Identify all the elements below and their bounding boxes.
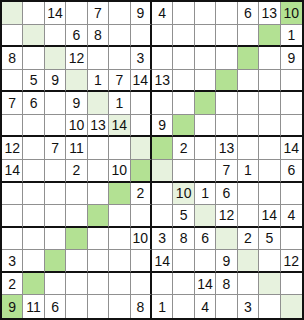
cell-r9c12[interactable] (238, 183, 259, 206)
cell-r14c9[interactable] (173, 295, 194, 318)
cell-r9c4[interactable] (66, 183, 87, 206)
cell-r8c8[interactable] (152, 160, 173, 183)
cell-r13c9[interactable] (173, 273, 194, 296)
cell-r2c12[interactable] (238, 25, 259, 48)
cell-r6c11[interactable] (216, 115, 237, 138)
cell-r11c8[interactable]: 3 (152, 228, 173, 251)
cell-r11c10[interactable]: 6 (195, 228, 216, 251)
cell-r2c4[interactable]: 6 (66, 25, 87, 48)
cell-r1c4[interactable] (66, 2, 87, 25)
cell-r8c6[interactable]: 10 (109, 160, 130, 183)
cell-r7c11[interactable]: 13 (216, 137, 237, 160)
cell-r13c14[interactable] (281, 273, 302, 296)
cell-r2c1[interactable] (2, 25, 23, 48)
cell-r4c12[interactable] (238, 70, 259, 93)
cell-r5c1[interactable]: 7 (2, 92, 23, 115)
cell-r7c14[interactable]: 14 (281, 137, 302, 160)
cell-r9c3[interactable] (45, 183, 66, 206)
cell-r11c2[interactable] (23, 228, 44, 251)
cell-r8c5[interactable] (88, 160, 109, 183)
cell-r7c10[interactable] (195, 137, 216, 160)
cell-r9c14[interactable] (281, 183, 302, 206)
cell-r9c1[interactable] (2, 183, 23, 206)
cell-r7c8[interactable] (152, 137, 173, 160)
cell-r5c9[interactable] (173, 92, 194, 115)
cell-r7c2[interactable] (23, 137, 44, 160)
cell-r4c6[interactable]: 7 (109, 70, 130, 93)
cell-r6c4[interactable]: 10 (66, 115, 87, 138)
cell-r4c11[interactable] (216, 70, 237, 93)
cell-r5c4[interactable]: 9 (66, 92, 87, 115)
cell-r13c11[interactable]: 8 (216, 273, 237, 296)
cell-r6c9[interactable] (173, 115, 194, 138)
cell-r10c12[interactable] (238, 205, 259, 228)
cell-r8c3[interactable] (45, 160, 66, 183)
cell-r11c1[interactable] (2, 228, 23, 251)
cell-r14c5[interactable] (88, 295, 109, 318)
cell-r3c1[interactable]: 8 (2, 47, 23, 70)
cell-r4c7[interactable]: 14 (131, 70, 152, 93)
cell-r11c6[interactable] (109, 228, 130, 251)
cell-r7c6[interactable] (109, 137, 130, 160)
cell-r13c7[interactable] (131, 273, 152, 296)
cell-r8c10[interactable] (195, 160, 216, 183)
cell-r14c2[interactable]: 11 (23, 295, 44, 318)
cell-r6c14[interactable] (281, 115, 302, 138)
cell-r1c5[interactable]: 7 (88, 2, 109, 25)
cell-r13c3[interactable] (45, 273, 66, 296)
cell-r8c7[interactable] (131, 160, 152, 183)
cell-r5c12[interactable] (238, 92, 259, 115)
cell-r9c2[interactable] (23, 183, 44, 206)
cell-r12c10[interactable] (195, 250, 216, 273)
cell-r1c13[interactable]: 13 (259, 2, 280, 25)
cell-r2c13[interactable] (259, 25, 280, 48)
cell-r10c8[interactable] (152, 205, 173, 228)
cell-r11c11[interactable] (216, 228, 237, 251)
cell-r14c7[interactable]: 8 (131, 295, 152, 318)
cell-r2c14[interactable]: 1 (281, 25, 302, 48)
cell-r9c8[interactable] (152, 183, 173, 206)
cell-r14c10[interactable]: 4 (195, 295, 216, 318)
cell-r14c8[interactable]: 1 (152, 295, 173, 318)
cell-r3c10[interactable] (195, 47, 216, 70)
cell-r5c10[interactable] (195, 92, 216, 115)
cell-r2c2[interactable] (23, 25, 44, 48)
cell-r6c10[interactable] (195, 115, 216, 138)
cell-r10c11[interactable]: 12 (216, 205, 237, 228)
cell-r2c7[interactable] (131, 25, 152, 48)
cell-r7c3[interactable]: 7 (45, 137, 66, 160)
cell-r2c11[interactable] (216, 25, 237, 48)
cell-r5c13[interactable] (259, 92, 280, 115)
cell-r6c13[interactable] (259, 115, 280, 138)
cell-r12c6[interactable] (109, 250, 130, 273)
cell-r10c5[interactable] (88, 205, 109, 228)
cell-r6c5[interactable]: 13 (88, 115, 109, 138)
cell-r12c13[interactable] (259, 250, 280, 273)
cell-r6c2[interactable] (23, 115, 44, 138)
cell-r14c4[interactable] (66, 295, 87, 318)
cell-r2c8[interactable] (152, 25, 173, 48)
cell-r12c14[interactable]: 12 (281, 250, 302, 273)
cell-r11c3[interactable] (45, 228, 66, 251)
cell-r8c9[interactable] (173, 160, 194, 183)
cell-r3c12[interactable] (238, 47, 259, 70)
cell-r2c3[interactable] (45, 25, 66, 48)
cell-r1c10[interactable] (195, 2, 216, 25)
cell-r1c7[interactable]: 9 (131, 2, 152, 25)
cell-r1c1[interactable] (2, 2, 23, 25)
cell-r11c12[interactable]: 2 (238, 228, 259, 251)
cell-r12c7[interactable] (131, 250, 152, 273)
cell-r1c12[interactable]: 6 (238, 2, 259, 25)
cell-r9c10[interactable]: 1 (195, 183, 216, 206)
cell-r6c12[interactable] (238, 115, 259, 138)
cell-r4c9[interactable] (173, 70, 194, 93)
cell-r7c13[interactable] (259, 137, 280, 160)
cell-r9c9[interactable]: 10 (173, 183, 194, 206)
cell-r9c5[interactable] (88, 183, 109, 206)
cell-r12c3[interactable] (45, 250, 66, 273)
cell-r3c8[interactable] (152, 47, 173, 70)
cell-r2c6[interactable] (109, 25, 130, 48)
sudoku-board: 1479461310681812395917141376911013149127… (0, 0, 304, 320)
cell-r11c4[interactable] (66, 228, 87, 251)
cell-r4c10[interactable] (195, 70, 216, 93)
cell-r8c1[interactable]: 14 (2, 160, 23, 183)
cell-r5c7[interactable] (131, 92, 152, 115)
cell-r8c2[interactable] (23, 160, 44, 183)
cell-r3c6[interactable] (109, 47, 130, 70)
cell-r14c3[interactable]: 6 (45, 295, 66, 318)
cell-r12c8[interactable]: 14 (152, 250, 173, 273)
cell-r2c10[interactable] (195, 25, 216, 48)
cell-r7c5[interactable] (88, 137, 109, 160)
cell-r5c8[interactable] (152, 92, 173, 115)
cell-r13c2[interactable] (23, 273, 44, 296)
cell-r12c12[interactable] (238, 250, 259, 273)
cell-r4c3[interactable]: 9 (45, 70, 66, 93)
cell-r9c6[interactable] (109, 183, 130, 206)
cell-r9c7[interactable]: 2 (131, 183, 152, 206)
cell-r14c14[interactable] (281, 295, 302, 318)
cell-r8c13[interactable] (259, 160, 280, 183)
cell-r9c11[interactable]: 6 (216, 183, 237, 206)
cell-r3c5[interactable] (88, 47, 109, 70)
cell-r7c4[interactable]: 11 (66, 137, 87, 160)
cell-r13c4[interactable] (66, 273, 87, 296)
cell-r5c5[interactable] (88, 92, 109, 115)
cell-r14c13[interactable] (259, 295, 280, 318)
cell-r4c8[interactable]: 13 (152, 70, 173, 93)
cell-r8c11[interactable]: 7 (216, 160, 237, 183)
cell-r1c9[interactable] (173, 2, 194, 25)
cell-r4c13[interactable] (259, 70, 280, 93)
cell-r1c8[interactable]: 4 (152, 2, 173, 25)
cell-r12c11[interactable]: 9 (216, 250, 237, 273)
cell-r13c1[interactable]: 2 (2, 273, 23, 296)
cell-r5c2[interactable]: 6 (23, 92, 44, 115)
cell-r14c12[interactable]: 3 (238, 295, 259, 318)
cell-r11c13[interactable]: 5 (259, 228, 280, 251)
cell-r6c6[interactable]: 14 (109, 115, 130, 138)
cell-r7c9[interactable]: 2 (173, 137, 194, 160)
cell-r13c13[interactable] (259, 273, 280, 296)
cell-r7c1[interactable]: 12 (2, 137, 23, 160)
cell-r11c14[interactable] (281, 228, 302, 251)
sudoku-page: 1479461310681812395917141376911013149127… (0, 0, 304, 320)
cell-r5c3[interactable] (45, 92, 66, 115)
cell-r8c4[interactable]: 2 (66, 160, 87, 183)
cell-r3c7[interactable]: 3 (131, 47, 152, 70)
cell-r8c14[interactable]: 6 (281, 160, 302, 183)
cell-r3c11[interactable] (216, 47, 237, 70)
cell-r10c14[interactable]: 4 (281, 205, 302, 228)
cell-r1c11[interactable] (216, 2, 237, 25)
cell-r10c2[interactable] (23, 205, 44, 228)
cell-r3c4[interactable]: 12 (66, 47, 87, 70)
cell-r12c9[interactable] (173, 250, 194, 273)
cell-r1c6[interactable] (109, 2, 130, 25)
cell-r14c11[interactable] (216, 295, 237, 318)
cell-r10c6[interactable] (109, 205, 130, 228)
cell-r10c1[interactable] (2, 205, 23, 228)
cell-r5c6[interactable]: 1 (109, 92, 130, 115)
cell-r9c13[interactable] (259, 183, 280, 206)
cell-r10c9[interactable]: 5 (173, 205, 194, 228)
cell-r13c8[interactable] (152, 273, 173, 296)
cell-r10c4[interactable] (66, 205, 87, 228)
cell-r6c1[interactable] (2, 115, 23, 138)
cell-r12c1[interactable]: 3 (2, 250, 23, 273)
cell-r6c7[interactable] (131, 115, 152, 138)
cell-r13c6[interactable] (109, 273, 130, 296)
cell-r10c10[interactable] (195, 205, 216, 228)
cell-r8c12[interactable]: 1 (238, 160, 259, 183)
cell-r11c9[interactable]: 8 (173, 228, 194, 251)
cell-r3c13[interactable] (259, 47, 280, 70)
cell-r3c14[interactable]: 9 (281, 47, 302, 70)
cell-r4c5[interactable]: 1 (88, 70, 109, 93)
cell-r14c6[interactable] (109, 295, 130, 318)
cell-r12c5[interactable] (88, 250, 109, 273)
cell-r12c4[interactable] (66, 250, 87, 273)
cell-r2c5[interactable]: 8 (88, 25, 109, 48)
cell-r4c1[interactable] (2, 70, 23, 93)
cell-r7c12[interactable] (238, 137, 259, 160)
cell-r6c3[interactable] (45, 115, 66, 138)
cell-r3c9[interactable] (173, 47, 194, 70)
cell-r4c4[interactable] (66, 70, 87, 93)
cell-r11c7[interactable]: 10 (131, 228, 152, 251)
cell-r13c5[interactable] (88, 273, 109, 296)
cell-r4c14[interactable] (281, 70, 302, 93)
cell-r10c3[interactable] (45, 205, 66, 228)
cell-r4c2[interactable]: 5 (23, 70, 44, 93)
cell-r7c7[interactable] (131, 137, 152, 160)
cell-r13c10[interactable]: 14 (195, 273, 216, 296)
cell-r3c3[interactable] (45, 47, 66, 70)
cell-r5c14[interactable] (281, 92, 302, 115)
cell-r1c14[interactable]: 10 (281, 2, 302, 25)
cell-r2c9[interactable] (173, 25, 194, 48)
cell-r13c12[interactable] (238, 273, 259, 296)
cell-r12c2[interactable] (23, 250, 44, 273)
cell-r5c11[interactable] (216, 92, 237, 115)
cell-r3c2[interactable] (23, 47, 44, 70)
cell-r6c8[interactable]: 9 (152, 115, 173, 138)
cell-r14c1[interactable]: 9 (2, 295, 23, 318)
cell-r11c5[interactable] (88, 228, 109, 251)
cell-r1c2[interactable] (23, 2, 44, 25)
cell-r10c13[interactable]: 14 (259, 205, 280, 228)
cell-r1c3[interactable]: 14 (45, 2, 66, 25)
cell-r10c7[interactable] (131, 205, 152, 228)
